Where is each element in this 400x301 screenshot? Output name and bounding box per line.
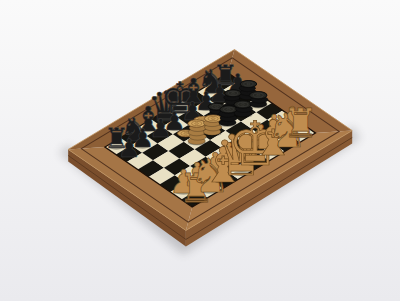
piece-white-rook-h1[interactable]: ♜ xyxy=(283,100,319,146)
photo-stage: ♜♞♝♛♚♝♞♜♟♟♟♟♟♟♟♟♟♟♟♟♟♟♟♟♜♞♝♛♚♝♞♜ xyxy=(0,0,400,301)
piece-glyph: ♜ xyxy=(283,100,319,146)
scene-svg: ♜♞♝♛♚♝♞♜♟♟♟♟♟♟♟♟♟♟♟♟♟♟♟♟♜♞♝♛♚♝♞♜ xyxy=(0,0,400,301)
